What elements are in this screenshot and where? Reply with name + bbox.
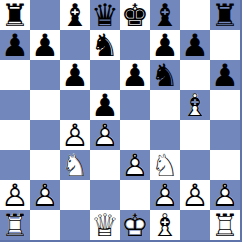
black-pawn-piece: ♟: [60, 60, 90, 90]
square-c4[interactable]: ♟♙: [60, 120, 90, 150]
square-a3[interactable]: [0, 150, 30, 180]
square-e8[interactable]: ♚: [120, 0, 150, 30]
square-h2[interactable]: ♟♙: [210, 180, 240, 210]
square-a2[interactable]: ♟♙: [0, 180, 30, 210]
square-b4[interactable]: [30, 120, 60, 150]
square-b3[interactable]: [30, 150, 60, 180]
square-c8[interactable]: ♝: [60, 0, 90, 30]
square-e2[interactable]: [120, 180, 150, 210]
square-b6[interactable]: [30, 60, 60, 90]
square-d5[interactable]: ♟: [90, 90, 120, 120]
square-a1[interactable]: ♜♖: [0, 210, 30, 240]
white-pawn-piece: ♟♙: [150, 180, 180, 210]
black-queen-piece: ♛: [90, 0, 120, 30]
square-h3[interactable]: [210, 150, 240, 180]
chess-board-window: ♜♝♛♚♝♜♟♟♞♟♟♟♟♞♟♟♝♗♟♙♟♙♞♘♟♙♞♘♟♙♟♙♟♙♟♙♟♙♜♖…: [0, 0, 242, 242]
square-h5[interactable]: [210, 90, 240, 120]
square-f7[interactable]: ♟: [150, 30, 180, 60]
square-f5[interactable]: [150, 90, 180, 120]
black-rook-piece: ♜: [210, 0, 240, 30]
square-b7[interactable]: ♟: [30, 30, 60, 60]
white-pawn-piece: ♟♙: [90, 120, 120, 150]
square-g4[interactable]: [180, 120, 210, 150]
square-g8[interactable]: [180, 0, 210, 30]
square-d2[interactable]: [90, 180, 120, 210]
white-pawn-piece: ♟♙: [30, 180, 60, 210]
square-a8[interactable]: ♜: [0, 0, 30, 30]
square-g1[interactable]: [180, 210, 210, 240]
square-e5[interactable]: [120, 90, 150, 120]
square-a7[interactable]: ♟: [0, 30, 30, 60]
black-pawn-piece: ♟: [180, 30, 210, 60]
square-e1[interactable]: ♚♔: [120, 210, 150, 240]
black-pawn-piece: ♟: [120, 60, 150, 90]
square-c7[interactable]: [60, 30, 90, 60]
square-e4[interactable]: [120, 120, 150, 150]
square-d7[interactable]: ♞: [90, 30, 120, 60]
square-f1[interactable]: ♝♗: [150, 210, 180, 240]
square-g2[interactable]: ♟♙: [180, 180, 210, 210]
white-pawn-piece: ♟♙: [60, 120, 90, 150]
square-c3[interactable]: ♞♘: [60, 150, 90, 180]
square-f2[interactable]: ♟♙: [150, 180, 180, 210]
black-pawn-piece: ♟: [210, 60, 240, 90]
square-e6[interactable]: ♟: [120, 60, 150, 90]
square-g3[interactable]: [180, 150, 210, 180]
square-h1[interactable]: ♜♖: [210, 210, 240, 240]
square-f4[interactable]: [150, 120, 180, 150]
white-pawn-piece: ♟♙: [120, 150, 150, 180]
square-d8[interactable]: ♛: [90, 0, 120, 30]
white-pawn-piece: ♟♙: [210, 180, 240, 210]
black-pawn-piece: ♟: [150, 30, 180, 60]
square-h4[interactable]: [210, 120, 240, 150]
square-c6[interactable]: ♟: [60, 60, 90, 90]
black-rook-piece: ♜: [0, 0, 30, 30]
white-rook-piece: ♜♖: [210, 210, 240, 240]
square-f6[interactable]: ♞: [150, 60, 180, 90]
chess-board: ♜♝♛♚♝♜♟♟♞♟♟♟♟♞♟♟♝♗♟♙♟♙♞♘♟♙♞♘♟♙♟♙♟♙♟♙♟♙♜♖…: [0, 0, 242, 242]
square-g7[interactable]: ♟: [180, 30, 210, 60]
black-pawn-piece: ♟: [30, 30, 60, 60]
square-h8[interactable]: ♜: [210, 0, 240, 30]
square-e3[interactable]: ♟♙: [120, 150, 150, 180]
black-knight-piece: ♞: [90, 30, 120, 60]
square-d4[interactable]: ♟♙: [90, 120, 120, 150]
square-b8[interactable]: [30, 0, 60, 30]
black-bishop-piece: ♝: [150, 0, 180, 30]
black-bishop-piece: ♝: [60, 0, 90, 30]
square-d3[interactable]: [90, 150, 120, 180]
square-f8[interactable]: ♝: [150, 0, 180, 30]
white-pawn-piece: ♟♙: [180, 180, 210, 210]
square-a4[interactable]: [0, 120, 30, 150]
white-bishop-piece: ♝♗: [150, 210, 180, 240]
square-d1[interactable]: ♛♕: [90, 210, 120, 240]
square-f3[interactable]: ♞♘: [150, 150, 180, 180]
square-h6[interactable]: ♟: [210, 60, 240, 90]
white-king-piece: ♚♔: [120, 210, 150, 240]
white-rook-piece: ♜♖: [0, 210, 30, 240]
black-king-piece: ♚: [120, 0, 150, 30]
square-h7[interactable]: [210, 30, 240, 60]
square-b1[interactable]: [30, 210, 60, 240]
square-g5[interactable]: ♝♗: [180, 90, 210, 120]
square-b5[interactable]: [30, 90, 60, 120]
white-pawn-piece: ♟♙: [0, 180, 30, 210]
square-d6[interactable]: [90, 60, 120, 90]
square-b2[interactable]: ♟♙: [30, 180, 60, 210]
black-pawn-piece: ♟: [0, 30, 30, 60]
square-c2[interactable]: [60, 180, 90, 210]
black-pawn-piece: ♟: [90, 90, 120, 120]
square-e7[interactable]: [120, 30, 150, 60]
square-a6[interactable]: [0, 60, 30, 90]
white-queen-piece: ♛♕: [90, 210, 120, 240]
square-c5[interactable]: [60, 90, 90, 120]
square-c1[interactable]: [60, 210, 90, 240]
black-knight-piece: ♞: [150, 60, 180, 90]
white-bishop-piece: ♝♗: [180, 90, 210, 120]
white-knight-piece: ♞♘: [60, 150, 90, 180]
square-g6[interactable]: [180, 60, 210, 90]
white-knight-piece: ♞♘: [150, 150, 180, 180]
square-a5[interactable]: [0, 90, 30, 120]
